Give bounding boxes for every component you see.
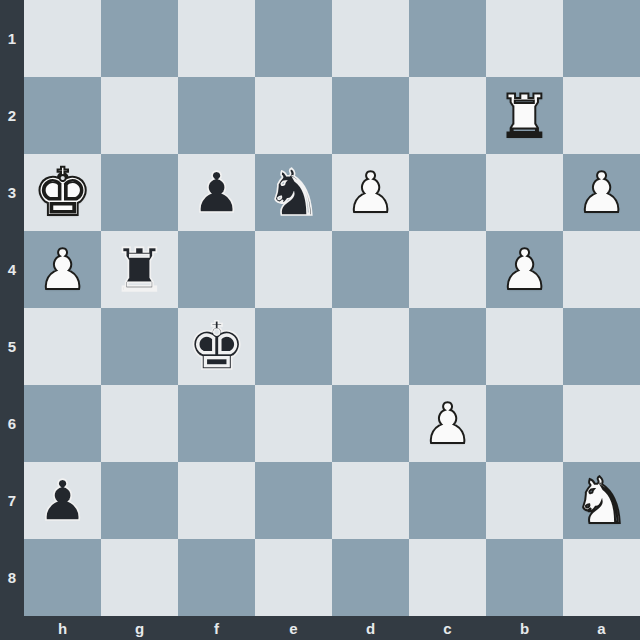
square-f7[interactable] <box>178 462 255 539</box>
square-d5[interactable] <box>332 308 409 385</box>
square-c7[interactable] <box>409 462 486 539</box>
file-label-h: h <box>24 616 101 640</box>
white-knight[interactable]: ♞ <box>573 469 630 533</box>
square-a5[interactable] <box>563 308 640 385</box>
square-e8[interactable] <box>255 539 332 616</box>
square-a1[interactable] <box>563 0 640 77</box>
square-a6[interactable] <box>563 385 640 462</box>
white-pawn[interactable]: ♟ <box>499 242 549 298</box>
square-a3[interactable]: ♟ <box>563 154 640 231</box>
white-pawn[interactable]: ♟ <box>576 165 626 221</box>
square-h8[interactable] <box>24 539 101 616</box>
black-king[interactable]: ♚ <box>187 314 246 380</box>
white-rook[interactable]: ♜ <box>498 86 552 146</box>
square-g8[interactable] <box>101 539 178 616</box>
rank-coordinates: 12345678 <box>0 0 24 616</box>
square-c1[interactable] <box>409 0 486 77</box>
square-d8[interactable] <box>332 539 409 616</box>
chess-board[interactable]: ♜♚♟♞♟♟♟♜♟♚♟♟♞ <box>24 0 640 616</box>
black-knight[interactable]: ♞ <box>265 161 322 225</box>
square-c5[interactable] <box>409 308 486 385</box>
square-g5[interactable] <box>101 308 178 385</box>
file-coordinates: hgfedcba <box>24 616 640 640</box>
rank-label-1: 1 <box>0 0 24 77</box>
square-f3[interactable]: ♟ <box>178 154 255 231</box>
rank-label-4: 4 <box>0 231 24 308</box>
square-b4[interactable]: ♟ <box>486 231 563 308</box>
square-g6[interactable] <box>101 385 178 462</box>
square-g2[interactable] <box>101 77 178 154</box>
square-h4[interactable]: ♟ <box>24 231 101 308</box>
square-h5[interactable] <box>24 308 101 385</box>
file-label-a: a <box>563 616 640 640</box>
square-f1[interactable] <box>178 0 255 77</box>
square-g3[interactable] <box>101 154 178 231</box>
square-f4[interactable] <box>178 231 255 308</box>
white-pawn[interactable]: ♟ <box>37 242 87 298</box>
square-f2[interactable] <box>178 77 255 154</box>
square-f5[interactable]: ♚ <box>178 308 255 385</box>
black-rook[interactable]: ♜ <box>113 240 167 300</box>
square-d1[interactable] <box>332 0 409 77</box>
white-pawn[interactable]: ♟ <box>422 396 472 452</box>
square-e3[interactable]: ♞ <box>255 154 332 231</box>
square-b7[interactable] <box>486 462 563 539</box>
square-a8[interactable] <box>563 539 640 616</box>
rank-label-3: 3 <box>0 154 24 231</box>
square-h2[interactable] <box>24 77 101 154</box>
file-label-f: f <box>178 616 255 640</box>
black-pawn[interactable]: ♟ <box>191 165 241 221</box>
square-a4[interactable] <box>563 231 640 308</box>
square-c2[interactable] <box>409 77 486 154</box>
white-pawn[interactable]: ♟ <box>345 165 395 221</box>
square-h7[interactable]: ♟ <box>24 462 101 539</box>
square-d6[interactable] <box>332 385 409 462</box>
square-d7[interactable] <box>332 462 409 539</box>
square-d2[interactable] <box>332 77 409 154</box>
square-h3[interactable]: ♚ <box>24 154 101 231</box>
chess-board-frame: 12345678 ♜♚♟♞♟♟♟♜♟♚♟♟♞ hgfedcba <box>0 0 640 640</box>
square-g1[interactable] <box>101 0 178 77</box>
square-a7[interactable]: ♞ <box>563 462 640 539</box>
square-g4[interactable]: ♜ <box>101 231 178 308</box>
square-e6[interactable] <box>255 385 332 462</box>
file-label-c: c <box>409 616 486 640</box>
square-c8[interactable] <box>409 539 486 616</box>
square-b6[interactable] <box>486 385 563 462</box>
file-label-g: g <box>101 616 178 640</box>
white-king[interactable]: ♚ <box>33 160 92 226</box>
square-b1[interactable] <box>486 0 563 77</box>
file-label-b: b <box>486 616 563 640</box>
square-b2[interactable]: ♜ <box>486 77 563 154</box>
square-g7[interactable] <box>101 462 178 539</box>
square-b3[interactable] <box>486 154 563 231</box>
square-e1[interactable] <box>255 0 332 77</box>
square-c4[interactable] <box>409 231 486 308</box>
black-pawn[interactable]: ♟ <box>37 473 87 529</box>
square-h6[interactable] <box>24 385 101 462</box>
rank-label-5: 5 <box>0 308 24 385</box>
square-e4[interactable] <box>255 231 332 308</box>
rank-label-2: 2 <box>0 77 24 154</box>
rank-label-6: 6 <box>0 385 24 462</box>
square-b5[interactable] <box>486 308 563 385</box>
square-f6[interactable] <box>178 385 255 462</box>
file-label-d: d <box>332 616 409 640</box>
rank-label-7: 7 <box>0 462 24 539</box>
file-label-e: e <box>255 616 332 640</box>
square-f8[interactable] <box>178 539 255 616</box>
square-e7[interactable] <box>255 462 332 539</box>
square-c6[interactable]: ♟ <box>409 385 486 462</box>
square-b8[interactable] <box>486 539 563 616</box>
square-a2[interactable] <box>563 77 640 154</box>
square-h1[interactable] <box>24 0 101 77</box>
square-d3[interactable]: ♟ <box>332 154 409 231</box>
rank-label-8: 8 <box>0 539 24 616</box>
square-e5[interactable] <box>255 308 332 385</box>
square-c3[interactable] <box>409 154 486 231</box>
square-d4[interactable] <box>332 231 409 308</box>
square-e2[interactable] <box>255 77 332 154</box>
